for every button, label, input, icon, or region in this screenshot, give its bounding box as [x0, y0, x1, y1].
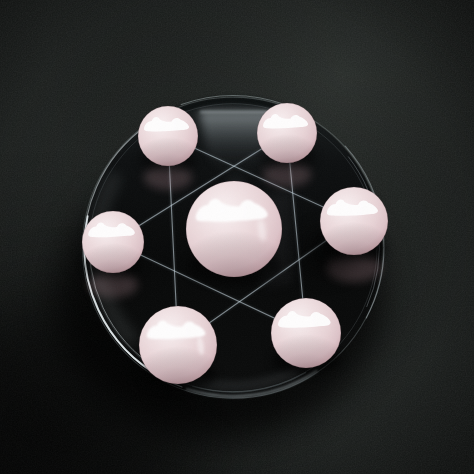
photo-rose-quartz-seven-star-array — [0, 0, 474, 474]
film-grain — [0, 0, 474, 474]
scene-svg — [0, 0, 474, 474]
